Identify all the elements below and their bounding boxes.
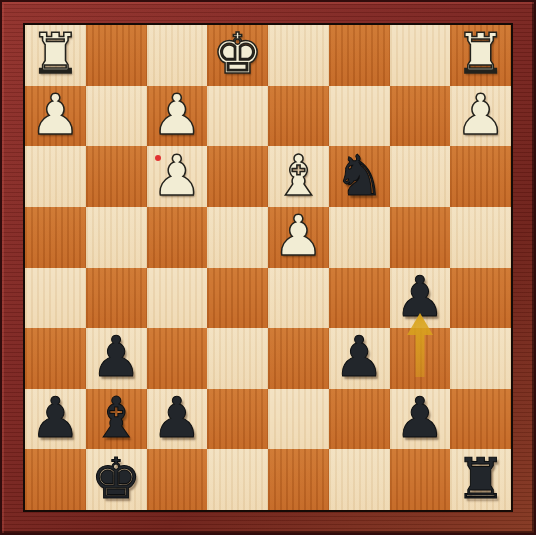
- square-g1[interactable]: [86, 25, 147, 86]
- white-pawn[interactable]: ♟: [30, 87, 80, 143]
- square-b2[interactable]: [390, 86, 451, 147]
- black-pawn[interactable]: ♟: [395, 390, 445, 446]
- black-pawn[interactable]: ♟: [91, 329, 141, 385]
- black-pawn[interactable]: ♟: [30, 390, 80, 446]
- square-e6[interactable]: [207, 328, 268, 389]
- square-a4[interactable]: [450, 207, 511, 268]
- black-pawn[interactable]: ♟: [152, 390, 202, 446]
- square-h6[interactable]: [25, 328, 86, 389]
- white-king[interactable]: ♚: [213, 26, 263, 82]
- square-f6[interactable]: [147, 328, 208, 389]
- square-d6[interactable]: [268, 328, 329, 389]
- square-c7[interactable]: [329, 389, 390, 450]
- square-h8[interactable]: [25, 449, 86, 510]
- black-bishop[interactable]: ♝: [91, 390, 141, 446]
- square-h3[interactable]: [25, 146, 86, 207]
- square-g6[interactable]: ♟: [86, 328, 147, 389]
- square-d8[interactable]: [268, 449, 329, 510]
- black-knight[interactable]: ♞: [334, 148, 384, 204]
- square-e8[interactable]: [207, 449, 268, 510]
- white-rook[interactable]: ♜: [30, 26, 80, 82]
- square-f1[interactable]: [147, 25, 208, 86]
- square-d3[interactable]: ♝: [268, 146, 329, 207]
- square-a8[interactable]: ♜: [450, 449, 511, 510]
- square-e5[interactable]: [207, 268, 268, 329]
- square-e1[interactable]: ♚: [207, 25, 268, 86]
- board-frame: ♜♚♜♟♟♟♟♝♞♟♟♟♟♟♝♟♟♚♜: [0, 0, 536, 535]
- square-c3[interactable]: ♞: [329, 146, 390, 207]
- white-pawn[interactable]: ♟: [273, 208, 323, 264]
- square-g4[interactable]: [86, 207, 147, 268]
- square-b7[interactable]: ♟: [390, 389, 451, 450]
- square-e3[interactable]: [207, 146, 268, 207]
- black-king[interactable]: ♚: [91, 451, 141, 507]
- square-f2[interactable]: ♟: [147, 86, 208, 147]
- white-pawn[interactable]: ♟: [152, 87, 202, 143]
- square-f8[interactable]: [147, 449, 208, 510]
- square-h2[interactable]: ♟: [25, 86, 86, 147]
- white-rook[interactable]: ♜: [456, 26, 506, 82]
- square-d7[interactable]: [268, 389, 329, 450]
- square-a7[interactable]: [450, 389, 511, 450]
- square-c2[interactable]: [329, 86, 390, 147]
- square-a3[interactable]: [450, 146, 511, 207]
- square-a1[interactable]: ♜: [450, 25, 511, 86]
- chess-board[interactable]: ♜♚♜♟♟♟♟♝♞♟♟♟♟♟♝♟♟♚♜: [25, 25, 511, 510]
- square-d5[interactable]: [268, 268, 329, 329]
- square-h4[interactable]: [25, 207, 86, 268]
- square-h5[interactable]: [25, 268, 86, 329]
- square-g7[interactable]: ♝: [86, 389, 147, 450]
- square-e4[interactable]: [207, 207, 268, 268]
- square-c6[interactable]: ♟: [329, 328, 390, 389]
- black-pawn[interactable]: ♟: [395, 269, 445, 325]
- square-c5[interactable]: [329, 268, 390, 329]
- square-f4[interactable]: [147, 207, 208, 268]
- square-g2[interactable]: [86, 86, 147, 147]
- square-c1[interactable]: [329, 25, 390, 86]
- square-b6[interactable]: [390, 328, 451, 389]
- square-f3[interactable]: ♟: [147, 146, 208, 207]
- square-a5[interactable]: [450, 268, 511, 329]
- square-b3[interactable]: [390, 146, 451, 207]
- square-b4[interactable]: [390, 207, 451, 268]
- square-h1[interactable]: ♜: [25, 25, 86, 86]
- square-e7[interactable]: [207, 389, 268, 450]
- square-g3[interactable]: [86, 146, 147, 207]
- square-e2[interactable]: [207, 86, 268, 147]
- square-b8[interactable]: [390, 449, 451, 510]
- square-d1[interactable]: [268, 25, 329, 86]
- square-b1[interactable]: [390, 25, 451, 86]
- white-bishop[interactable]: ♝: [273, 148, 323, 204]
- square-g5[interactable]: [86, 268, 147, 329]
- black-pawn[interactable]: ♟: [334, 329, 384, 385]
- square-b5[interactable]: ♟: [390, 268, 451, 329]
- square-d2[interactable]: [268, 86, 329, 147]
- square-c4[interactable]: [329, 207, 390, 268]
- square-a6[interactable]: [450, 328, 511, 389]
- square-c8[interactable]: [329, 449, 390, 510]
- square-f7[interactable]: ♟: [147, 389, 208, 450]
- white-pawn[interactable]: ♟: [456, 87, 506, 143]
- square-f5[interactable]: [147, 268, 208, 329]
- board-inner-frame: ♜♚♜♟♟♟♟♝♞♟♟♟♟♟♝♟♟♚♜: [23, 23, 513, 512]
- black-rook[interactable]: ♜: [456, 451, 506, 507]
- red-dot-annotation: [155, 155, 161, 161]
- square-d4[interactable]: ♟: [268, 207, 329, 268]
- square-a2[interactable]: ♟: [450, 86, 511, 147]
- square-h7[interactable]: ♟: [25, 389, 86, 450]
- square-g8[interactable]: ♚: [86, 449, 147, 510]
